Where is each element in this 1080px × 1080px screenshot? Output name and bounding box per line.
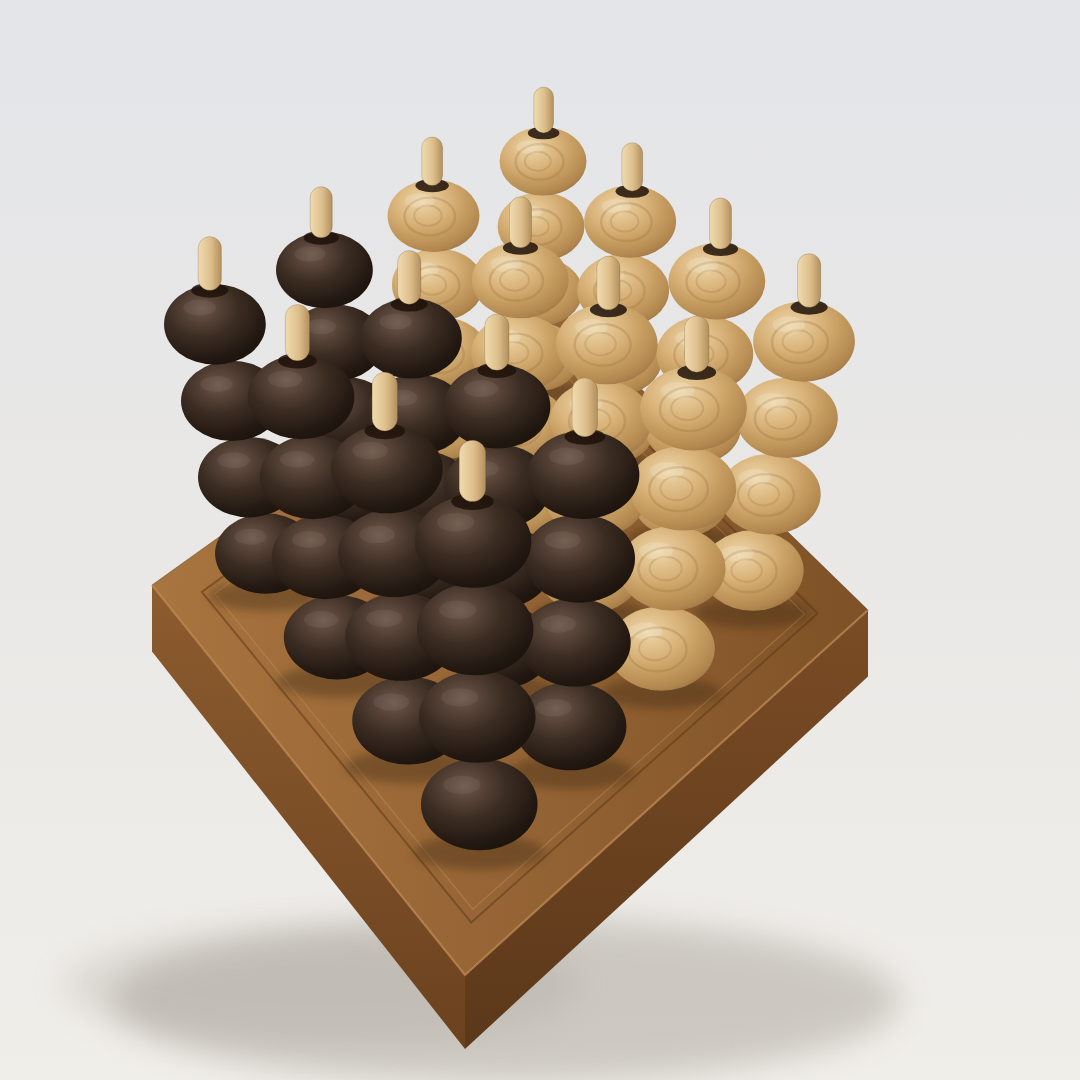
bead-sheen bbox=[490, 256, 521, 271]
peg-top bbox=[685, 316, 709, 372]
peg-top bbox=[198, 237, 221, 291]
bead-sheen bbox=[549, 447, 585, 465]
bead-sheen bbox=[280, 451, 314, 468]
bead-sheen bbox=[545, 531, 581, 549]
bead-sheen bbox=[540, 615, 576, 633]
bead-sheen bbox=[234, 529, 267, 545]
bead-light bbox=[629, 446, 736, 530]
peg-top bbox=[597, 256, 620, 310]
peg-top bbox=[572, 378, 597, 437]
bead-sheen bbox=[660, 382, 694, 399]
bead-sheen bbox=[628, 622, 662, 639]
bead-sheen bbox=[443, 776, 480, 794]
bead-sheen bbox=[366, 609, 402, 627]
bead-sheen bbox=[738, 469, 771, 485]
bead-dark bbox=[419, 671, 536, 763]
bead-sheen bbox=[359, 526, 395, 544]
peg-top bbox=[622, 143, 643, 191]
score-four-product-photo bbox=[0, 0, 1080, 1080]
bead-sheen bbox=[439, 601, 476, 619]
peg-top bbox=[509, 197, 531, 248]
bead-sheen bbox=[200, 376, 233, 392]
peg-top bbox=[485, 314, 509, 370]
peg-top bbox=[285, 305, 309, 361]
bead-sheen bbox=[602, 199, 631, 214]
bead-sheen bbox=[516, 140, 544, 154]
score-four-board bbox=[0, 0, 1080, 1080]
bead-sheen bbox=[755, 393, 788, 409]
bead-sheen bbox=[437, 513, 474, 531]
bead-sheen bbox=[687, 258, 718, 273]
bead-sheen bbox=[379, 313, 412, 329]
bead-sheen bbox=[405, 193, 434, 208]
bead-sheen bbox=[650, 462, 684, 479]
peg-top bbox=[534, 87, 554, 133]
bead-dark bbox=[523, 515, 635, 603]
bead-dark bbox=[417, 583, 534, 675]
bead-light bbox=[619, 526, 726, 610]
bead-sheen bbox=[268, 371, 302, 388]
bead-sheen bbox=[304, 611, 338, 628]
bead-sheen bbox=[292, 531, 326, 548]
peg-top bbox=[422, 137, 443, 185]
peg-top bbox=[310, 187, 332, 238]
bead-sheen bbox=[441, 688, 478, 706]
peg-top bbox=[459, 440, 486, 501]
bead-sheen bbox=[772, 317, 805, 333]
bead-sheen bbox=[536, 699, 572, 717]
bead-sheen bbox=[373, 693, 409, 711]
bead-sheen bbox=[183, 300, 216, 316]
bead-light bbox=[736, 378, 838, 458]
peg-top bbox=[372, 372, 397, 431]
bead-sheen bbox=[464, 380, 498, 397]
bead-sheen bbox=[217, 452, 250, 468]
bead-sheen bbox=[352, 442, 388, 460]
bead-sheen bbox=[639, 542, 673, 559]
bead-dark bbox=[421, 758, 538, 850]
bead-sheen bbox=[575, 319, 608, 335]
peg-top bbox=[798, 254, 821, 308]
bead-sheen bbox=[294, 246, 325, 261]
peg-top bbox=[398, 251, 421, 305]
bead-sheen bbox=[721, 546, 754, 562]
peg-top bbox=[709, 198, 731, 249]
bead-dark bbox=[519, 598, 631, 686]
